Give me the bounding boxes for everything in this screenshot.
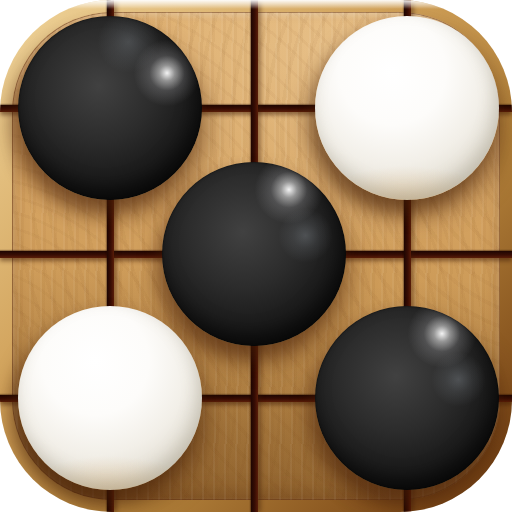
screenshot-canvas bbox=[0, 0, 512, 512]
intersection-cell bbox=[182, 0, 330, 181]
black-stone bbox=[18, 16, 202, 200]
go-app-icon[interactable] bbox=[0, 0, 512, 512]
white-stone bbox=[315, 16, 499, 200]
intersection-cell bbox=[182, 181, 330, 327]
intersection-cell bbox=[0, 327, 182, 512]
intersection-cell bbox=[330, 181, 512, 327]
intersection-cell bbox=[0, 0, 182, 181]
white-stone bbox=[18, 306, 202, 490]
black-stone bbox=[162, 162, 346, 346]
intersection-cell bbox=[182, 327, 330, 512]
intersection-cell bbox=[330, 327, 512, 512]
intersection-cell bbox=[0, 181, 182, 327]
intersection-cell bbox=[330, 0, 512, 181]
black-stone bbox=[315, 306, 499, 490]
go-board-grid bbox=[0, 0, 512, 512]
